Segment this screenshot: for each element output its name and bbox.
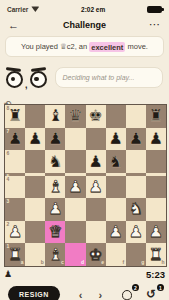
file-label: e — [101, 260, 104, 265]
square-h8[interactable]: ♜ — [146, 105, 166, 128]
piece-white-pawn[interactable]: ♟ — [48, 199, 62, 219]
feedback-text-2: move. — [125, 42, 148, 51]
square-h4[interactable] — [146, 176, 166, 199]
back-button[interactable]: ← — [8, 19, 38, 31]
owl-left-eye-icon — [6, 71, 23, 88]
square-g7[interactable]: ♟ — [126, 128, 146, 151]
feedback-text-1: You played ♕c2, an — [21, 42, 89, 51]
piece-black-knight[interactable]: ♞ — [109, 152, 123, 172]
lightbulb-icon — [122, 290, 132, 300]
square-h1[interactable]: h♜ — [146, 243, 166, 266]
square-f6[interactable]: ♞ — [106, 150, 126, 173]
square-e1[interactable]: e♚ — [86, 243, 106, 266]
piece-black-pawn[interactable]: ♟ — [48, 129, 62, 149]
square-a7[interactable]: 7♟ — [5, 128, 25, 151]
rank-label: 3 — [7, 199, 10, 204]
rank-label: 6 — [7, 151, 10, 156]
battery-icon — [147, 6, 162, 13]
coach-speech-bubble: Deciding what to play... — [55, 67, 163, 88]
file-label: a — [21, 260, 24, 265]
nav-bar: ← Challenge ⋯ — [0, 16, 169, 33]
piece-white-queen[interactable]: ♛ — [48, 222, 62, 242]
coach-row: , Deciding what to play... — [6, 66, 163, 88]
piece-black-pawn[interactable]: ♟ — [88, 152, 102, 172]
square-b6[interactable] — [25, 150, 45, 173]
file-label: h — [161, 260, 164, 265]
carrier-label: Carrier — [7, 6, 28, 13]
file-label: c — [61, 260, 64, 265]
square-d4[interactable]: ♟ — [65, 176, 85, 199]
square-g4[interactable] — [126, 176, 146, 199]
hint-button[interactable]: 2 — [121, 287, 136, 300]
rank-label: 2 — [7, 222, 10, 227]
square-a2[interactable]: 2♟ — [5, 221, 25, 244]
piece-white-pawn[interactable]: ♟ — [109, 222, 123, 242]
takeback-count-badge: 1 — [157, 284, 164, 291]
square-c2[interactable]: ♛ — [45, 221, 65, 244]
move-navigation: ‹ › — [60, 288, 121, 300]
piece-white-knight[interactable]: ♞ — [129, 199, 143, 219]
square-e3[interactable] — [86, 198, 106, 221]
square-d8[interactable]: ♛ — [65, 105, 85, 128]
bottom-controls: RESIGN ‹ › 2 ↺ 1 — [0, 286, 169, 300]
square-f3[interactable] — [106, 198, 126, 221]
square-b1[interactable]: b — [25, 243, 45, 266]
piece-black-pawn[interactable]: ♟ — [28, 129, 42, 149]
square-g3[interactable]: ♞ — [126, 198, 146, 221]
menu-button[interactable]: ⋯ — [131, 18, 161, 31]
square-f4[interactable] — [106, 176, 126, 199]
square-a4[interactable]: 4 — [5, 176, 25, 199]
move-feedback-card: You played ♕c2, an excellent move. — [5, 36, 164, 57]
game-clock: 5:23 — [146, 269, 165, 280]
square-e6[interactable]: ♟ — [86, 150, 106, 173]
square-b2[interactable] — [25, 221, 45, 244]
file-label: g — [141, 260, 144, 265]
square-c6[interactable]: ♞ — [45, 150, 65, 173]
assist-tools: 2 ↺ 1 — [121, 287, 161, 300]
piece-black-bishop[interactable]: ♝ — [48, 106, 62, 126]
square-g8[interactable] — [126, 105, 146, 128]
square-d7[interactable] — [65, 128, 85, 151]
owl-comma: , — [25, 82, 28, 88]
file-label: b — [41, 260, 44, 265]
square-e7[interactable] — [86, 128, 106, 151]
feedback-quality-badge: excellent — [89, 42, 125, 52]
undo-arrow-icon: ↺ — [146, 288, 156, 300]
square-a8[interactable]: 8♜ — [5, 105, 25, 128]
piece-white-pawn[interactable]: ♟ — [149, 222, 163, 242]
square-e4[interactable]: ♟ — [86, 176, 106, 199]
square-g2[interactable]: ♟ — [126, 221, 146, 244]
hint-count-badge: 2 — [132, 284, 139, 291]
square-h3[interactable] — [146, 198, 166, 221]
piece-white-bishop[interactable]: ♝ — [48, 177, 62, 197]
page-title: Challenge — [38, 20, 131, 30]
square-b8[interactable] — [25, 105, 45, 128]
wifi-icon — [31, 6, 39, 12]
square-d3[interactable] — [65, 198, 85, 221]
file-label: d — [81, 260, 84, 265]
captured-black-pawn-icon: ♟ — [4, 269, 12, 279]
piece-black-pawn[interactable]: ♟ — [109, 129, 123, 149]
square-a3[interactable]: 3 — [5, 198, 25, 221]
piece-black-rook[interactable]: ♜ — [149, 106, 163, 126]
below-board-row: ♟ 5:23 — [4, 268, 165, 280]
square-c7[interactable]: ♟ — [45, 128, 65, 151]
square-g1[interactable]: g — [126, 243, 146, 266]
square-c8[interactable]: ♝ — [45, 105, 65, 128]
resign-button[interactable]: RESIGN — [8, 286, 60, 300]
square-h7[interactable]: ♟ — [146, 128, 166, 151]
piece-white-pawn[interactable]: ♟ — [68, 177, 82, 197]
chess-board[interactable]: 8♜♝♛♚♜7♟♟♟♟♟♟6♞♟♞54♝♟♟3♟♞2♟♛♟♟♟1a♜bc♝de♚… — [4, 104, 167, 267]
square-f8[interactable] — [106, 105, 126, 128]
piece-black-knight[interactable]: ♞ — [48, 152, 62, 172]
square-b7[interactable]: ♟ — [25, 128, 45, 151]
piece-white-pawn[interactable]: ♟ — [88, 177, 102, 197]
status-time: 2:02 em — [81, 6, 105, 13]
rank-label: 7 — [7, 129, 10, 134]
square-f7[interactable]: ♟ — [106, 128, 126, 151]
owl-right-eye-icon — [30, 71, 47, 88]
square-h2[interactable]: ♟ — [146, 221, 166, 244]
rank-label: 8 — [7, 106, 10, 111]
square-d1[interactable]: d — [65, 243, 85, 266]
piece-black-king[interactable]: ♚ — [88, 106, 102, 126]
square-c4[interactable]: ♝ — [45, 176, 65, 199]
piece-black-pawn[interactable]: ♟ — [129, 129, 143, 149]
square-b3[interactable] — [25, 198, 45, 221]
square-e2[interactable] — [86, 221, 106, 244]
next-move-icon[interactable]: › — [98, 288, 102, 300]
square-f1[interactable]: f — [106, 243, 126, 266]
takeback-button[interactable]: ↺ 1 — [146, 287, 161, 300]
piece-black-queen[interactable]: ♛ — [68, 106, 82, 126]
square-a1[interactable]: 1a♜ — [5, 243, 25, 266]
board-area: 8♜♝♛♚♜7♟♟♟♟♟♟6♞♟♞54♝♟♟3♟♞2♟♛♟♟♟1a♜bc♝de♚… — [4, 104, 165, 267]
rank-label: 4 — [7, 177, 10, 182]
board-toolbar: ⟲ — [4, 93, 169, 103]
piece-black-rook[interactable]: ♜ — [8, 106, 22, 126]
piece-white-pawn[interactable]: ♟ — [8, 222, 22, 242]
square-f2[interactable]: ♟ — [106, 221, 126, 244]
file-label: f — [123, 260, 125, 265]
square-d2[interactable] — [65, 221, 85, 244]
square-b4[interactable] — [25, 176, 45, 199]
square-h6[interactable] — [146, 150, 166, 173]
square-c3[interactable]: ♟ — [45, 198, 65, 221]
piece-black-pawn[interactable]: ♟ — [8, 129, 22, 149]
square-e8[interactable]: ♚ — [86, 105, 106, 128]
square-c1[interactable]: c♝ — [45, 243, 65, 266]
square-a6[interactable]: 6 — [5, 150, 25, 173]
rank-label: 1 — [7, 244, 10, 249]
square-d6[interactable] — [65, 150, 85, 173]
piece-white-pawn[interactable]: ♟ — [129, 222, 143, 242]
status-bar: Carrier 2:02 em — [0, 0, 169, 16]
piece-black-pawn[interactable]: ♟ — [149, 129, 163, 149]
square-g6[interactable] — [126, 150, 146, 173]
owl-eyes-avatar: , — [6, 66, 47, 88]
prev-move-icon[interactable]: ‹ — [79, 288, 83, 300]
